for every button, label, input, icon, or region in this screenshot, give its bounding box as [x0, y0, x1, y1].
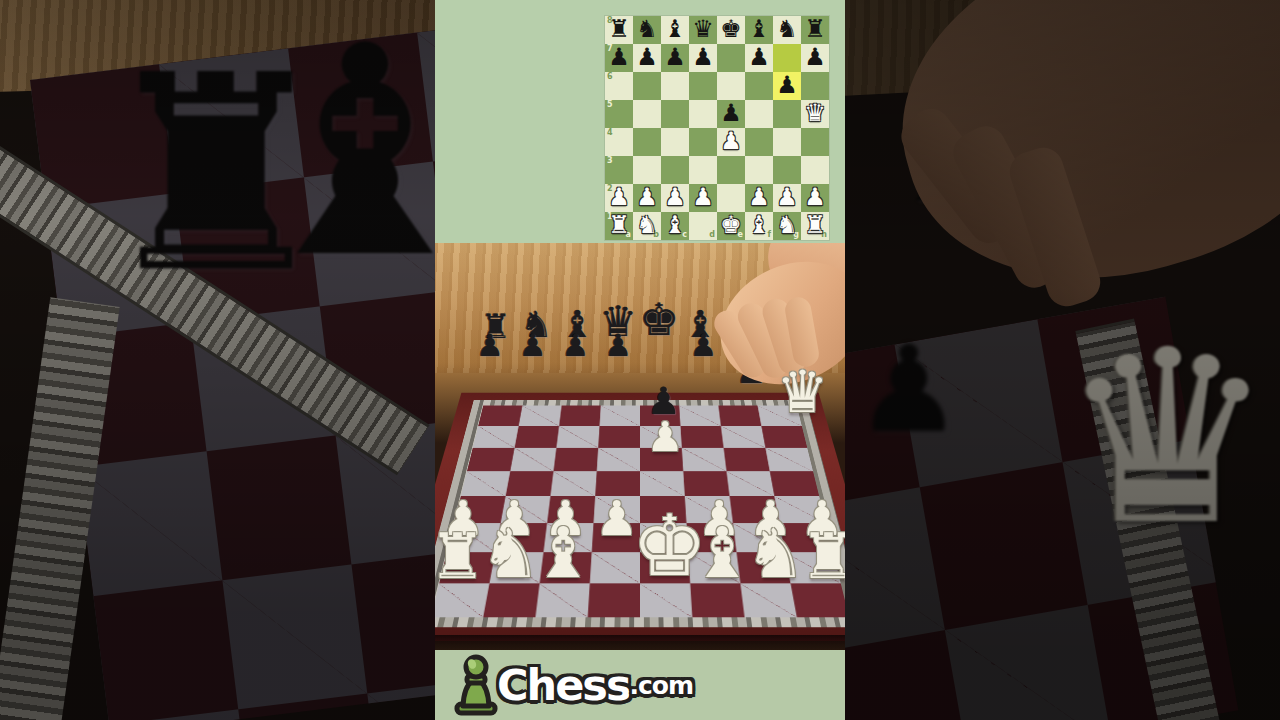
square-d6 [689, 72, 717, 100]
piece-white-f2: ♟ [748, 185, 770, 209]
chesscom-logo-suffix: .com [630, 671, 694, 700]
rank-label: 3 [607, 157, 613, 165]
square-h8: ♜ [801, 16, 829, 44]
piece-white-a2: ♟ [608, 185, 630, 209]
piece-white-e4: ♟ [720, 129, 742, 153]
rank-label: 5 [607, 101, 613, 109]
square-c4 [661, 128, 689, 156]
square-a4: 4 [605, 128, 633, 156]
square-d4 [689, 128, 717, 156]
square-f7: ♟ [745, 44, 773, 72]
rank-label: 6 [607, 73, 613, 81]
piece-black-a7: ♟ [608, 45, 630, 69]
chesscom-logo-text: Chess [497, 660, 630, 710]
square-f1: f♝ [745, 212, 773, 240]
square-d7: ♟ [689, 44, 717, 72]
chesscom-pawn-icon [449, 654, 503, 716]
background-blur-right: ♝ ♟ ♛ [845, 0, 1280, 720]
piece-white-b1: ♞ [636, 213, 658, 237]
piece-black-b7: ♟ [636, 45, 658, 69]
square-e8: ♚ [717, 16, 745, 44]
square-d5 [689, 100, 717, 128]
square-f2: ♟ [745, 184, 773, 212]
digital-chess-board: 8♜♞♝♛♚♝♞♜7♟♟♟♟♟♟6♟5♟♛4♟32♟♟♟♟♟♟♟1a♜b♞c♝d… [605, 16, 829, 240]
square-b3 [633, 156, 661, 184]
piece-black-h8: ♜ [804, 17, 826, 41]
video-frame: ♜ ♝ ♝ ♝ ♟ ♛ 8♜♞♝♛♚♝♞♜7♟♟♟♟♟♟6♟5♟♛4♟32♟♟♟… [0, 0, 1280, 720]
physical-board-silver-border [435, 400, 845, 627]
background-dark-overlay [845, 0, 1280, 720]
square-h4 [801, 128, 829, 156]
square-e2 [717, 184, 745, 212]
square-b6 [633, 72, 661, 100]
piece-white-a1: ♜ [608, 213, 630, 237]
square-f6 [745, 72, 773, 100]
square-b5 [633, 100, 661, 128]
square-a6: 6 [605, 72, 633, 100]
square-c1: c♝ [661, 212, 689, 240]
square-a1: 1a♜ [605, 212, 633, 240]
square-g5 [773, 100, 801, 128]
board-front-shadow [435, 635, 845, 650]
piece-white-f1: ♝ [748, 213, 770, 237]
square-e5: ♟ [717, 100, 745, 128]
square-b2: ♟ [633, 184, 661, 212]
square-g6: ♟ [773, 72, 801, 100]
square-e6 [717, 72, 745, 100]
piece-black-e8: ♚ [720, 17, 742, 41]
piece-black-g6: ♟ [776, 73, 798, 97]
square-b4 [633, 128, 661, 156]
square-b8: ♞ [633, 16, 661, 44]
piece-white-b2: ♟ [636, 185, 658, 209]
square-g8: ♞ [773, 16, 801, 44]
piece-black-d7: ♟ [692, 45, 714, 69]
piece-white-e1: ♚ [720, 213, 742, 237]
square-h2: ♟ [801, 184, 829, 212]
square-a8: 8♜ [605, 16, 633, 44]
square-g2: ♟ [773, 184, 801, 212]
video-content-strip: 8♜♞♝♛♚♝♞♜7♟♟♟♟♟♟6♟5♟♛4♟32♟♟♟♟♟♟♟1a♜b♞c♝d… [435, 0, 845, 720]
square-e7 [717, 44, 745, 72]
piece-white-d2: ♟ [692, 185, 714, 209]
square-c3 [661, 156, 689, 184]
piece-white-c2: ♟ [664, 185, 686, 209]
square-d1: d [689, 212, 717, 240]
square-e3 [717, 156, 745, 184]
square-c5 [661, 100, 689, 128]
square-b7: ♟ [633, 44, 661, 72]
piece-black-e5: ♟ [720, 101, 742, 125]
square-g1: g♞ [773, 212, 801, 240]
square-h6 [801, 72, 829, 100]
piece-black-d8: ♛ [692, 17, 714, 41]
square-c8: ♝ [661, 16, 689, 44]
square-d2: ♟ [689, 184, 717, 212]
square-g4 [773, 128, 801, 156]
piece-black-c8: ♝ [664, 17, 686, 41]
physical-board-squares [435, 406, 845, 618]
square-c7: ♟ [661, 44, 689, 72]
square-g3 [773, 156, 801, 184]
square-a2: 2♟ [605, 184, 633, 212]
piece-black-f8: ♝ [748, 17, 770, 41]
rank-label: 4 [607, 129, 613, 137]
piece-white-h5: ♛ [804, 101, 826, 125]
square-h3 [801, 156, 829, 184]
square-f4 [745, 128, 773, 156]
piece-black-g8: ♞ [776, 17, 798, 41]
square-e4: ♟ [717, 128, 745, 156]
physical-board-photo: ♜♞♝♛♚♝♞♜♟♟♟♟♟♟♟♟♛♟♟♟♟♟♟♟♟♜♞♝♚♝♞♜ [435, 243, 845, 650]
square-c2: ♟ [661, 184, 689, 212]
piece-white-c1: ♝ [664, 213, 686, 237]
piece-black-f7: ♟ [748, 45, 770, 69]
square-d3 [689, 156, 717, 184]
logo-band: Chess .com [435, 650, 845, 720]
square-f8: ♝ [745, 16, 773, 44]
square-f5 [745, 100, 773, 128]
piece-black-a8: ♜ [608, 17, 630, 41]
physical-board-frame [435, 393, 845, 641]
square-b1: b♞ [633, 212, 661, 240]
background-dark-overlay [0, 0, 435, 720]
piece-black-h7: ♟ [804, 45, 826, 69]
file-label: d [709, 231, 715, 239]
square-e1: e♚ [717, 212, 745, 240]
piece-white-g1: ♞ [776, 213, 798, 237]
piece-white-h1: ♜ [804, 213, 826, 237]
square-h5: ♛ [801, 100, 829, 128]
piece-black-c7: ♟ [664, 45, 686, 69]
background-blur-left: ♜ ♝ ♝ [0, 0, 435, 720]
wood-table [435, 243, 845, 373]
square-a7: 7♟ [605, 44, 633, 72]
piece-white-g2: ♟ [776, 185, 798, 209]
square-g7 [773, 44, 801, 72]
square-c6 [661, 72, 689, 100]
square-a5: 5 [605, 100, 633, 128]
piece-white-h2: ♟ [804, 185, 826, 209]
square-h1: h♜ [801, 212, 829, 240]
square-d8: ♛ [689, 16, 717, 44]
square-a3: 3 [605, 156, 633, 184]
square-h7: ♟ [801, 44, 829, 72]
piece-black-b8: ♞ [636, 17, 658, 41]
square-f3 [745, 156, 773, 184]
